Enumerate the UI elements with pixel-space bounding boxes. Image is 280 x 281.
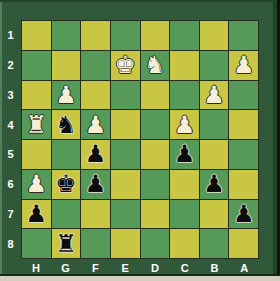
- square-e8[interactable]: [111, 229, 140, 258]
- square-b7[interactable]: [200, 200, 229, 229]
- white-pawn: ♟: [55, 83, 77, 107]
- white-rook: ♜: [26, 113, 48, 137]
- square-d4[interactable]: [141, 110, 170, 139]
- square-h7[interactable]: ♟: [22, 200, 51, 229]
- square-b5[interactable]: [200, 140, 229, 169]
- square-g6[interactable]: ♚: [52, 170, 81, 199]
- square-d8[interactable]: [141, 229, 170, 258]
- black-pawn: ♟: [203, 172, 225, 196]
- square-h1[interactable]: [22, 21, 51, 50]
- square-b8[interactable]: [200, 229, 229, 258]
- square-b3[interactable]: ♟: [200, 81, 229, 110]
- square-f7[interactable]: [81, 200, 110, 229]
- rank-label-3: 3: [0, 80, 21, 110]
- white-king: ♚: [114, 53, 136, 77]
- square-a6[interactable]: [229, 170, 258, 199]
- square-g3[interactable]: ♟: [52, 81, 81, 110]
- rank-label-1: 1: [0, 20, 21, 50]
- square-b1[interactable]: [200, 21, 229, 50]
- rank-label-5: 5: [0, 140, 21, 170]
- square-g8[interactable]: ♜: [52, 229, 81, 258]
- frame-top-edge: [0, 0, 280, 2]
- square-f8[interactable]: [81, 229, 110, 258]
- white-pawn: ♟: [233, 53, 255, 77]
- black-pawn: ♟: [174, 142, 196, 166]
- square-c5[interactable]: ♟: [170, 140, 199, 169]
- square-d1[interactable]: [141, 21, 170, 50]
- square-d7[interactable]: [141, 200, 170, 229]
- square-h5[interactable]: [22, 140, 51, 169]
- square-e7[interactable]: [111, 200, 140, 229]
- square-e3[interactable]: [111, 81, 140, 110]
- square-a2[interactable]: ♟: [229, 51, 258, 80]
- black-pawn: ♟: [85, 142, 107, 166]
- chess-diagram: 12345678 ♚♞♟♟♟♜♞♟♟♟♟♟♚♟♟♟♟♜ HGFEDCBA: [0, 0, 280, 281]
- square-a4[interactable]: [229, 110, 258, 139]
- file-label-h: H: [21, 260, 51, 275]
- file-label-a: A: [229, 260, 259, 275]
- frame-right-bevel-outer: [277, 0, 280, 276]
- square-c8[interactable]: [170, 229, 199, 258]
- square-e4[interactable]: [111, 110, 140, 139]
- square-a1[interactable]: [229, 21, 258, 50]
- square-f5[interactable]: ♟: [81, 140, 110, 169]
- black-king: ♚: [55, 172, 77, 196]
- white-pawn: ♟: [174, 113, 196, 137]
- square-e2[interactable]: ♚: [111, 51, 140, 80]
- square-f1[interactable]: [81, 21, 110, 50]
- square-h4[interactable]: ♜: [22, 110, 51, 139]
- square-c7[interactable]: [170, 200, 199, 229]
- square-f6[interactable]: ♟: [81, 170, 110, 199]
- rank-label-4: 4: [0, 110, 21, 140]
- square-h2[interactable]: [22, 51, 51, 80]
- square-d3[interactable]: [141, 81, 170, 110]
- square-f4[interactable]: ♟: [81, 110, 110, 139]
- rank-label-8: 8: [0, 229, 21, 259]
- square-c4[interactable]: ♟: [170, 110, 199, 139]
- square-c6[interactable]: [170, 170, 199, 199]
- white-pawn: ♟: [203, 83, 225, 107]
- file-label-c: C: [170, 260, 200, 275]
- file-label-e: E: [110, 260, 140, 275]
- square-e6[interactable]: [111, 170, 140, 199]
- square-a5[interactable]: [229, 140, 258, 169]
- square-h3[interactable]: [22, 81, 51, 110]
- rank-labels: 12345678: [0, 20, 21, 259]
- square-b6[interactable]: ♟: [200, 170, 229, 199]
- square-h8[interactable]: [22, 229, 51, 258]
- white-pawn: ♟: [26, 172, 48, 196]
- square-b4[interactable]: [200, 110, 229, 139]
- rank-label-6: 6: [0, 169, 21, 199]
- file-label-b: B: [200, 260, 230, 275]
- rank-label-7: 7: [0, 199, 21, 229]
- square-g2[interactable]: [52, 51, 81, 80]
- black-rook: ♜: [55, 232, 77, 256]
- file-labels: HGFEDCBA: [21, 260, 259, 275]
- file-label-g: G: [51, 260, 81, 275]
- square-d6[interactable]: [141, 170, 170, 199]
- white-knight: ♞: [144, 53, 166, 77]
- white-pawn: ♟: [85, 113, 107, 137]
- square-a8[interactable]: [229, 229, 258, 258]
- file-label-d: D: [140, 260, 170, 275]
- square-g5[interactable]: [52, 140, 81, 169]
- black-knight: ♞: [55, 113, 77, 137]
- square-c1[interactable]: [170, 21, 199, 50]
- square-d5[interactable]: [141, 140, 170, 169]
- square-f3[interactable]: [81, 81, 110, 110]
- square-e5[interactable]: [111, 140, 140, 169]
- square-b2[interactable]: [200, 51, 229, 80]
- square-c3[interactable]: [170, 81, 199, 110]
- square-h6[interactable]: ♟: [22, 170, 51, 199]
- black-pawn: ♟: [233, 202, 255, 226]
- square-g7[interactable]: [52, 200, 81, 229]
- board: ♚♞♟♟♟♜♞♟♟♟♟♟♚♟♟♟♟♜: [21, 20, 259, 259]
- bottom-strip: [0, 276, 280, 281]
- square-e1[interactable]: [111, 21, 140, 50]
- black-pawn: ♟: [85, 172, 107, 196]
- square-d2[interactable]: ♞: [141, 51, 170, 80]
- rank-label-2: 2: [0, 50, 21, 80]
- black-pawn: ♟: [26, 202, 48, 226]
- square-c2[interactable]: [170, 51, 199, 80]
- square-f2[interactable]: [81, 51, 110, 80]
- square-g1[interactable]: [52, 21, 81, 50]
- square-a3[interactable]: [229, 81, 258, 110]
- file-label-f: F: [81, 260, 111, 275]
- square-a7[interactable]: ♟: [229, 200, 258, 229]
- square-g4[interactable]: ♞: [52, 110, 81, 139]
